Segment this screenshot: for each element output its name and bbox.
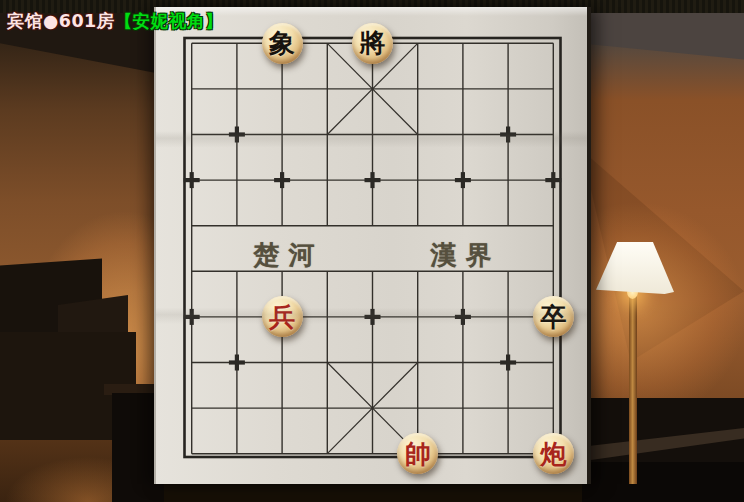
room-left-wall [0,0,160,502]
floor-lamp-pole [629,296,637,484]
black-general[interactable]: 將 [352,23,393,64]
black-general-glyph: 將 [359,30,385,56]
red-general-glyph: 帥 [405,441,431,467]
game-window: 宾馆●601房【安妮视角】 楚河 漢界 象將兵卒帥炮 [0,0,744,502]
room-title: 宾馆●601房【安妮视角】 [7,9,223,33]
dark-cabinet [582,398,744,502]
floor-shadow [582,462,744,502]
red-soldier-glyph: 兵 [269,304,295,330]
red-soldier[interactable]: 兵 [262,296,303,337]
room-name-label: 宾馆●601房 [7,11,115,31]
pieces-layer: 象將兵卒帥炮 [169,21,576,477]
black-soldier[interactable]: 卒 [533,296,574,337]
red-cannon[interactable]: 炮 [533,433,574,474]
black-soldier-glyph: 卒 [540,304,566,330]
black-elephant-glyph: 象 [269,30,295,56]
view-name-label: 【安妮视角】 [115,11,223,31]
red-cannon-glyph: 炮 [540,441,566,467]
red-general[interactable]: 帥 [397,433,438,474]
xiangqi-board-panel: 楚河 漢界 象將兵卒帥炮 [154,7,591,484]
black-elephant[interactable]: 象 [262,23,303,64]
room-right-wall [582,0,744,502]
